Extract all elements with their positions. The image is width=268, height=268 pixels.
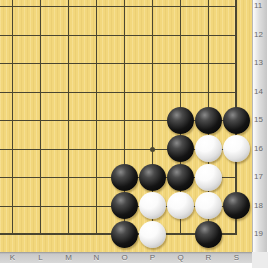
grid-line-horizontal-14 (0, 92, 237, 93)
column-label-s: S (230, 253, 243, 263)
black-stone-o17 (111, 164, 138, 191)
column-label-p: P (146, 253, 159, 263)
black-stone-r19 (195, 221, 222, 248)
black-stone-q16 (167, 135, 194, 162)
white-stone-r18 (195, 192, 222, 219)
row-label-11: 11 (254, 1, 267, 11)
black-stone-q15 (167, 107, 194, 134)
row-label-12: 12 (254, 30, 267, 40)
star-point-p16 (150, 147, 155, 152)
white-stone-q18 (167, 192, 194, 219)
column-label-r: R (202, 253, 215, 263)
black-stone-p17 (139, 164, 166, 191)
white-stone-r17 (195, 164, 222, 191)
column-label-n: N (90, 253, 103, 263)
white-stone-p18 (139, 192, 166, 219)
row-label-19: 19 (254, 229, 267, 239)
grid-line-horizontal-13 (0, 63, 237, 64)
column-label-q: Q (174, 253, 187, 263)
black-stone-s18 (223, 192, 250, 219)
grid-line-horizontal-12 (0, 35, 237, 36)
black-stone-q17 (167, 164, 194, 191)
black-stone-s15 (223, 107, 250, 134)
coordinate-strip-corner (252, 252, 268, 268)
row-label-15: 15 (254, 115, 267, 125)
grid-line-horizontal-11 (0, 6, 237, 7)
column-label-l: L (34, 253, 47, 263)
row-label-16: 16 (254, 144, 267, 154)
go-board[interactable] (0, 0, 252, 252)
row-label-18: 18 (254, 201, 267, 211)
white-stone-r16 (195, 135, 222, 162)
column-label-k: K (6, 253, 19, 263)
white-stone-p19 (139, 221, 166, 248)
black-stone-r15 (195, 107, 222, 134)
black-stone-o18 (111, 192, 138, 219)
row-label-14: 14 (254, 87, 267, 97)
column-label-o: O (118, 253, 131, 263)
white-stone-s16 (223, 135, 250, 162)
black-stone-o19 (111, 221, 138, 248)
go-problem-screenshot: 111213141516171819KLMNOPQRS (0, 0, 268, 268)
column-label-m: M (62, 253, 75, 263)
row-label-17: 17 (254, 172, 267, 182)
row-label-13: 13 (254, 58, 267, 68)
